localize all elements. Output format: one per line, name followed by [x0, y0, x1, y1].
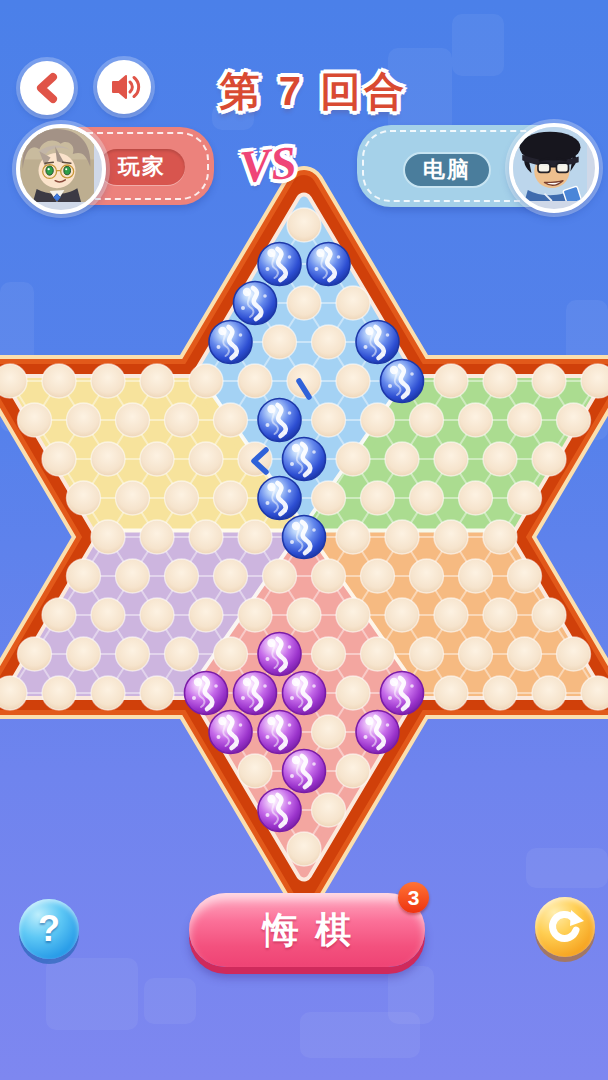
board-hole[interactable]: [18, 637, 52, 671]
marble-purple[interactable]: [283, 672, 326, 715]
board-hole[interactable]: [336, 598, 370, 632]
board-hole[interactable]: [532, 598, 566, 632]
board-hole[interactable]: [140, 442, 174, 476]
marble-purple[interactable]: [258, 711, 301, 754]
board-hole[interactable]: [0, 676, 27, 710]
computer-avatar[interactable]: [509, 123, 599, 213]
board-hole[interactable]: [312, 715, 346, 749]
player-avatar[interactable]: [16, 124, 106, 214]
board-hole[interactable]: [238, 520, 272, 554]
board-hole[interactable]: [140, 598, 174, 632]
board-hole[interactable]: [214, 403, 248, 437]
board-hole[interactable]: [140, 676, 174, 710]
undo-count-badge: 3: [398, 882, 429, 913]
board-hole[interactable]: [336, 520, 370, 554]
board-hole[interactable]: [287, 286, 321, 320]
marble-blue[interactable]: [258, 243, 301, 286]
board-hole[interactable]: [385, 442, 419, 476]
board-hole[interactable]: [116, 559, 150, 593]
board-hole[interactable]: [287, 208, 321, 242]
marble-purple[interactable]: [209, 711, 252, 754]
marble-purple[interactable]: [185, 672, 228, 715]
board-hole[interactable]: [385, 598, 419, 632]
board-hole[interactable]: [581, 676, 608, 710]
board-hole[interactable]: [238, 754, 272, 788]
board-hole[interactable]: [508, 481, 542, 515]
board-hole[interactable]: [165, 481, 199, 515]
board-hole[interactable]: [214, 559, 248, 593]
board-hole[interactable]: [91, 598, 125, 632]
board-hole[interactable]: [508, 559, 542, 593]
board-hole[interactable]: [312, 793, 346, 827]
board-hole[interactable]: [140, 364, 174, 398]
board-hole[interactable]: [67, 559, 101, 593]
board-hole[interactable]: [189, 520, 223, 554]
board-hole[interactable]: [434, 598, 468, 632]
board-hole[interactable]: [165, 637, 199, 671]
board-hole[interactable]: [0, 364, 27, 398]
board-hole[interactable]: [483, 598, 517, 632]
board-hole[interactable]: [287, 832, 321, 866]
refresh-arrow-icon: [543, 905, 587, 949]
board-hole[interactable]: [410, 559, 444, 593]
board-hole[interactable]: [434, 442, 468, 476]
board-hole[interactable]: [312, 325, 346, 359]
board-hole[interactable]: [336, 364, 370, 398]
board-hole[interactable]: [91, 676, 125, 710]
board-hole[interactable]: [116, 637, 150, 671]
board-hole[interactable]: [165, 559, 199, 593]
board-hole[interactable]: [434, 364, 468, 398]
board-hole[interactable]: [91, 520, 125, 554]
vs-label: VS: [222, 134, 313, 196]
board-hole[interactable]: [459, 559, 493, 593]
board-hole[interactable]: [312, 403, 346, 437]
board-hole[interactable]: [116, 481, 150, 515]
board-hole[interactable]: [189, 442, 223, 476]
player-name-badge: 玩家: [99, 149, 185, 185]
board-hole[interactable]: [459, 403, 493, 437]
marble-blue[interactable]: [356, 321, 399, 364]
board-hole[interactable]: [361, 559, 395, 593]
undo-label: 悔棋: [263, 906, 367, 955]
board-hole[interactable]: [238, 364, 272, 398]
board-hole[interactable]: [116, 403, 150, 437]
board-hole[interactable]: [459, 637, 493, 671]
board-hole[interactable]: [459, 481, 493, 515]
board-hole[interactable]: [483, 442, 517, 476]
board-hole[interactable]: [91, 442, 125, 476]
board-hole[interactable]: [214, 481, 248, 515]
board-hole[interactable]: [410, 637, 444, 671]
board-hole[interactable]: [312, 481, 346, 515]
marble-blue[interactable]: [307, 243, 350, 286]
board-hole[interactable]: [557, 637, 591, 671]
board-hole[interactable]: [312, 637, 346, 671]
board-hole[interactable]: [557, 403, 591, 437]
marble-blue[interactable]: [234, 282, 277, 325]
board-hole[interactable]: [336, 286, 370, 320]
board-hole[interactable]: [67, 403, 101, 437]
board-hole[interactable]: [336, 676, 370, 710]
board-hole[interactable]: [238, 598, 272, 632]
board-hole[interactable]: [361, 637, 395, 671]
board-hole[interactable]: [67, 637, 101, 671]
board-hole[interactable]: [483, 676, 517, 710]
question-mark-icon: ?: [38, 908, 60, 950]
marble-purple[interactable]: [234, 672, 277, 715]
board-hole[interactable]: [532, 364, 566, 398]
marble-purple[interactable]: [381, 672, 424, 715]
board-hole[interactable]: [42, 598, 76, 632]
board-hole[interactable]: [42, 442, 76, 476]
board-hole[interactable]: [67, 481, 101, 515]
board-hole[interactable]: [263, 325, 297, 359]
board-hole[interactable]: [189, 598, 223, 632]
undo-button[interactable]: 悔棋 3: [189, 893, 425, 967]
board-hole[interactable]: [532, 442, 566, 476]
marble-purple[interactable]: [283, 750, 326, 793]
player-avatar-art: [20, 128, 94, 202]
round-title: 第 7 回合: [0, 64, 608, 119]
board-hole[interactable]: [336, 442, 370, 476]
board-hole[interactable]: [91, 364, 125, 398]
marble-purple[interactable]: [258, 789, 301, 832]
board-hole[interactable]: [434, 520, 468, 554]
board-hole[interactable]: [42, 676, 76, 710]
marble-blue[interactable]: [258, 477, 301, 520]
board-hole[interactable]: [410, 481, 444, 515]
board-hole[interactable]: [140, 520, 174, 554]
board-hole[interactable]: [214, 637, 248, 671]
board-hole[interactable]: [385, 520, 419, 554]
marble-blue[interactable]: [209, 321, 252, 364]
board-hole[interactable]: [581, 364, 608, 398]
board-hole[interactable]: [410, 403, 444, 437]
board-hole[interactable]: [336, 754, 370, 788]
board-hole[interactable]: [508, 403, 542, 437]
board-hole[interactable]: [189, 364, 223, 398]
board-hole[interactable]: [42, 364, 76, 398]
board-hole[interactable]: [483, 364, 517, 398]
board-hole[interactable]: [361, 403, 395, 437]
board-hole[interactable]: [312, 559, 346, 593]
board-hole[interactable]: [434, 676, 468, 710]
computer-name-badge: 电脑: [403, 152, 491, 188]
restart-button[interactable]: [535, 897, 595, 957]
computer-avatar-art: [513, 127, 587, 201]
marble-purple[interactable]: [258, 633, 301, 676]
board-hole[interactable]: [508, 637, 542, 671]
marble-blue[interactable]: [283, 438, 326, 481]
board-hole[interactable]: [287, 598, 321, 632]
chinese-checkers-game-screen: { "game": "chinese-checkers", "position"…: [0, 0, 608, 1080]
marble-blue[interactable]: [283, 516, 326, 559]
marble-purple[interactable]: [356, 711, 399, 754]
board-hole[interactable]: [18, 403, 52, 437]
board-hole[interactable]: [483, 520, 517, 554]
board-hole[interactable]: [165, 403, 199, 437]
board-hole[interactable]: [532, 676, 566, 710]
board-hole[interactable]: [361, 481, 395, 515]
marble-blue[interactable]: [258, 399, 301, 442]
help-button[interactable]: ?: [19, 899, 79, 959]
board-hole[interactable]: [263, 559, 297, 593]
marble-blue[interactable]: [381, 360, 424, 403]
